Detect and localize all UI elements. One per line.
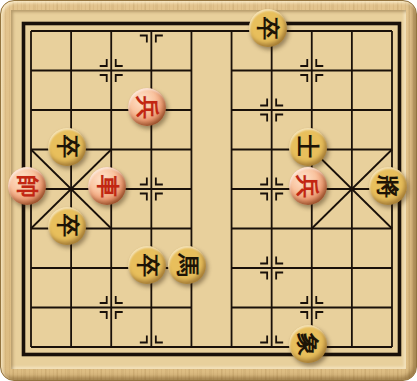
piece-character-chariot: 車 — [96, 175, 119, 198]
piece-character-soldier: 卒 — [56, 214, 79, 237]
piece-character-general: 將 — [376, 175, 399, 198]
red-soldier-piece[interactable]: 兵 — [289, 167, 327, 205]
piece-character-general: 帥 — [16, 175, 39, 198]
piece-character-advisor: 士 — [296, 135, 319, 158]
piece-character-soldier: 兵 — [296, 175, 319, 198]
piece-character-soldier: 卒 — [136, 254, 159, 277]
red-general-piece[interactable]: 帥 — [8, 167, 46, 205]
red-chariot-piece[interactable]: 車 — [88, 167, 126, 205]
black-soldier-piece[interactable]: 卒 — [249, 9, 287, 47]
black-soldier-piece[interactable]: 卒 — [48, 207, 86, 245]
piece-character-horse: 馬 — [176, 254, 199, 277]
piece-character-soldier: 卒 — [56, 135, 79, 158]
board-grid — [1, 1, 417, 381]
black-advisor-piece[interactable]: 士 — [289, 128, 327, 166]
black-elephant-piece[interactable]: 象 — [289, 325, 327, 363]
piece-character-elephant: 象 — [296, 333, 319, 356]
black-general-piece[interactable]: 將 — [369, 167, 407, 205]
piece-character-soldier: 卒 — [256, 17, 279, 40]
black-soldier-piece[interactable]: 卒 — [48, 128, 86, 166]
xiangqi-board-frame: 卒兵卒士帥車兵將卒卒馬象 — [0, 0, 417, 381]
xiangqi-app-window: 卒兵卒士帥車兵將卒卒馬象 — [0, 0, 417, 381]
piece-character-soldier: 兵 — [136, 96, 159, 119]
